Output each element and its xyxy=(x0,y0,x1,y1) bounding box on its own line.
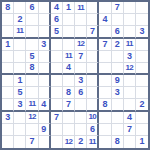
cell-r1c11-empty[interactable] xyxy=(124,2,136,14)
cell-r11c5-empty[interactable] xyxy=(51,124,63,136)
cell-r5c11-given[interactable]: 3 xyxy=(124,51,136,63)
cell-r6c10-empty[interactable] xyxy=(112,63,124,75)
cell-r12c3-given[interactable]: 7 xyxy=(26,136,38,148)
cell-r9c9-given[interactable]: 8 xyxy=(99,99,111,111)
cell-r9c10-empty[interactable] xyxy=(112,99,124,111)
cell-r11c10-empty[interactable] xyxy=(112,124,124,136)
cell-r2c2-given[interactable]: 2 xyxy=(14,14,26,26)
cell-r1c5-given[interactable]: 4 xyxy=(51,2,63,14)
cell-r6c8-empty[interactable] xyxy=(87,63,99,75)
cell-r6c11-given[interactable]: 12 xyxy=(124,63,136,75)
cell-r1c8-empty[interactable] xyxy=(87,2,99,14)
cell-r8c5-empty[interactable] xyxy=(51,87,63,99)
cell-r11c4-given[interactable]: 9 xyxy=(39,124,51,136)
cell-r5c2-empty[interactable] xyxy=(14,51,26,63)
cell-r7c9-empty[interactable] xyxy=(99,75,111,87)
cell-r2c1-empty[interactable] xyxy=(2,14,14,26)
cell-r9c8-empty[interactable] xyxy=(87,99,99,111)
cell-r8c4-empty[interactable] xyxy=(39,87,51,99)
cell-r9c1-empty[interactable] xyxy=(2,99,14,111)
cell-r6c5-empty[interactable] xyxy=(51,63,63,75)
cell-r10c1-given[interactable]: 3 xyxy=(2,112,14,124)
cell-r1c1-given[interactable]: 8 xyxy=(2,2,14,14)
cell-r12c4-empty[interactable] xyxy=(39,136,51,148)
cell-r3c1-empty[interactable] xyxy=(2,26,14,38)
cell-r10c7-empty[interactable] xyxy=(75,112,87,124)
cell-r12c2-empty[interactable] xyxy=(14,136,26,148)
cell-r7c2-given[interactable]: 1 xyxy=(14,75,26,87)
cell-r5c4-empty[interactable] xyxy=(39,51,51,63)
cell-r10c6-empty[interactable] xyxy=(63,112,75,124)
cell-r3c11-empty[interactable] xyxy=(124,26,136,38)
cell-r7c4-empty[interactable] xyxy=(39,75,51,87)
cell-r2c3-empty[interactable] xyxy=(26,14,38,26)
cell-r1c10-given[interactable]: 7 xyxy=(112,2,124,14)
cell-r11c7-empty[interactable] xyxy=(75,124,87,136)
cell-r3c2-given[interactable]: 11 xyxy=(14,26,26,38)
cell-r6c1-empty[interactable] xyxy=(2,63,14,75)
cell-r6c3-given[interactable]: 8 xyxy=(26,63,38,75)
cell-r11c9-empty[interactable] xyxy=(99,124,111,136)
cell-r9c5-empty[interactable] xyxy=(51,99,63,111)
cell-r9c11-empty[interactable] xyxy=(124,99,136,111)
cell-r4c12-empty[interactable] xyxy=(136,39,148,51)
cell-r6c7-empty[interactable] xyxy=(75,63,87,75)
cell-r4c9-given[interactable]: 7 xyxy=(99,39,111,51)
cell-r2c10-empty[interactable] xyxy=(112,14,124,26)
cell-r10c5-given[interactable]: 7 xyxy=(51,112,63,124)
cell-r10c8-given[interactable]: 10 xyxy=(87,112,99,124)
cell-r8c3-empty[interactable] xyxy=(26,87,38,99)
cell-r3c7-empty[interactable] xyxy=(75,26,87,38)
cell-r5c10-empty[interactable] xyxy=(112,51,124,63)
cell-r6c9-empty[interactable] xyxy=(99,63,111,75)
cell-r10c4-empty[interactable] xyxy=(39,112,51,124)
cell-r5c3-given[interactable]: 5 xyxy=(26,51,38,63)
cell-r1c9-empty[interactable] xyxy=(99,2,111,14)
sudoku-board: 8641117264115763131272115117384121395863… xyxy=(0,0,150,150)
cell-r8c9-empty[interactable] xyxy=(99,87,111,99)
cell-r8c7-given[interactable]: 6 xyxy=(75,87,87,99)
cell-r10c10-empty[interactable] xyxy=(112,112,124,124)
cell-r6c12-empty[interactable] xyxy=(136,63,148,75)
cell-r7c3-empty[interactable] xyxy=(26,75,38,87)
cell-r3c4-empty[interactable] xyxy=(39,26,51,38)
cell-r4c3-empty[interactable] xyxy=(26,39,38,51)
cell-r3c8-given[interactable]: 7 xyxy=(87,26,99,38)
cell-r2c6-empty[interactable] xyxy=(63,14,75,26)
cell-r3c3-empty[interactable] xyxy=(26,26,38,38)
cell-r11c12-empty[interactable] xyxy=(136,124,148,136)
cell-r7c6-empty[interactable] xyxy=(63,75,75,87)
cell-r5c9-empty[interactable] xyxy=(99,51,111,63)
cell-r4c7-given[interactable]: 12 xyxy=(75,39,87,51)
cell-r10c11-given[interactable]: 4 xyxy=(124,112,136,124)
cell-r12c10-given[interactable]: 8 xyxy=(112,136,124,148)
cell-r11c6-empty[interactable] xyxy=(63,124,75,136)
cell-r4c6-empty[interactable] xyxy=(63,39,75,51)
cell-r3c9-empty[interactable] xyxy=(99,26,111,38)
cell-r5c8-empty[interactable] xyxy=(87,51,99,63)
cell-r2c7-empty[interactable] xyxy=(75,14,87,26)
cell-r1c3-given[interactable]: 6 xyxy=(26,2,38,14)
cell-r9c6-given[interactable]: 7 xyxy=(63,99,75,111)
cell-r2c9-given[interactable]: 4 xyxy=(99,14,111,26)
cell-r1c2-empty[interactable] xyxy=(14,2,26,14)
cell-r11c8-given[interactable]: 6 xyxy=(87,124,99,136)
cell-r7c1-empty[interactable] xyxy=(2,75,14,87)
cell-r12c12-given[interactable]: 1 xyxy=(136,136,148,148)
cell-r8c6-given[interactable]: 8 xyxy=(63,87,75,99)
cell-r1c6-given[interactable]: 1 xyxy=(63,2,75,14)
cell-r10c2-empty[interactable] xyxy=(14,112,26,124)
cell-r4c10-given[interactable]: 2 xyxy=(112,39,124,51)
cell-r11c11-given[interactable]: 7 xyxy=(124,124,136,136)
cell-r3c12-given[interactable]: 3 xyxy=(136,26,148,38)
cell-r7c8-empty[interactable] xyxy=(87,75,99,87)
cell-r2c5-given[interactable]: 6 xyxy=(51,14,63,26)
cell-r9c12-given[interactable]: 2 xyxy=(136,99,148,111)
cell-r8c10-given[interactable]: 3 xyxy=(112,87,124,99)
cell-r9c4-given[interactable]: 4 xyxy=(39,99,51,111)
cell-r1c7-given[interactable]: 11 xyxy=(75,2,87,14)
cell-r1c12-empty[interactable] xyxy=(136,2,148,14)
cell-r8c11-empty[interactable] xyxy=(124,87,136,99)
cell-r12c5-empty[interactable] xyxy=(51,136,63,148)
cell-r12c1-empty[interactable] xyxy=(2,136,14,148)
cell-r4c11-given[interactable]: 11 xyxy=(124,39,136,51)
cell-r4c5-empty[interactable] xyxy=(51,39,63,51)
cell-r2c11-empty[interactable] xyxy=(124,14,136,26)
cell-r11c2-empty[interactable] xyxy=(14,124,26,136)
cell-r4c1-given[interactable]: 1 xyxy=(2,39,14,51)
cell-r5c12-empty[interactable] xyxy=(136,51,148,63)
cell-r8c8-empty[interactable] xyxy=(87,87,99,99)
cell-r4c2-empty[interactable] xyxy=(14,39,26,51)
cell-r12c8-given[interactable]: 11 xyxy=(87,136,99,148)
cell-r12c9-empty[interactable] xyxy=(99,136,111,148)
cell-r5c6-given[interactable]: 11 xyxy=(63,51,75,63)
cell-r6c4-empty[interactable] xyxy=(39,63,51,75)
cell-r8c12-empty[interactable] xyxy=(136,87,148,99)
cell-r7c5-empty[interactable] xyxy=(51,75,63,87)
cell-r3c6-empty[interactable] xyxy=(63,26,75,38)
cell-r3c5-given[interactable]: 5 xyxy=(51,26,63,38)
cell-r6c2-empty[interactable] xyxy=(14,63,26,75)
cell-r4c4-given[interactable]: 3 xyxy=(39,39,51,51)
cell-r8c1-empty[interactable] xyxy=(2,87,14,99)
cell-r9c7-empty[interactable] xyxy=(75,99,87,111)
cell-r2c8-empty[interactable] xyxy=(87,14,99,26)
cell-r8c2-given[interactable]: 5 xyxy=(14,87,26,99)
cell-r6c6-given[interactable]: 4 xyxy=(63,63,75,75)
cell-r10c9-empty[interactable] xyxy=(99,112,111,124)
cell-r9c3-given[interactable]: 11 xyxy=(26,99,38,111)
cell-r7c10-given[interactable]: 9 xyxy=(112,75,124,87)
cell-r1c4-empty[interactable] xyxy=(39,2,51,14)
cell-r12c7-given[interactable]: 2 xyxy=(75,136,87,148)
cell-r12c11-empty[interactable] xyxy=(124,136,136,148)
cell-r3c10-given[interactable]: 6 xyxy=(112,26,124,38)
cell-r12c6-given[interactable]: 12 xyxy=(63,136,75,148)
cell-r4c8-empty[interactable] xyxy=(87,39,99,51)
cell-r2c12-empty[interactable] xyxy=(136,14,148,26)
cell-r7c12-empty[interactable] xyxy=(136,75,148,87)
cell-r5c5-empty[interactable] xyxy=(51,51,63,63)
cell-r10c12-empty[interactable] xyxy=(136,112,148,124)
cell-r7c11-empty[interactable] xyxy=(124,75,136,87)
cell-r9c2-given[interactable]: 3 xyxy=(14,99,26,111)
cell-r11c3-empty[interactable] xyxy=(26,124,38,136)
cell-r7c7-given[interactable]: 3 xyxy=(75,75,87,87)
cell-r5c7-given[interactable]: 7 xyxy=(75,51,87,63)
cell-r2c4-empty[interactable] xyxy=(39,14,51,26)
cell-r11c1-empty[interactable] xyxy=(2,124,14,136)
cell-r5c1-empty[interactable] xyxy=(2,51,14,63)
cell-r10c3-given[interactable]: 12 xyxy=(26,112,38,124)
